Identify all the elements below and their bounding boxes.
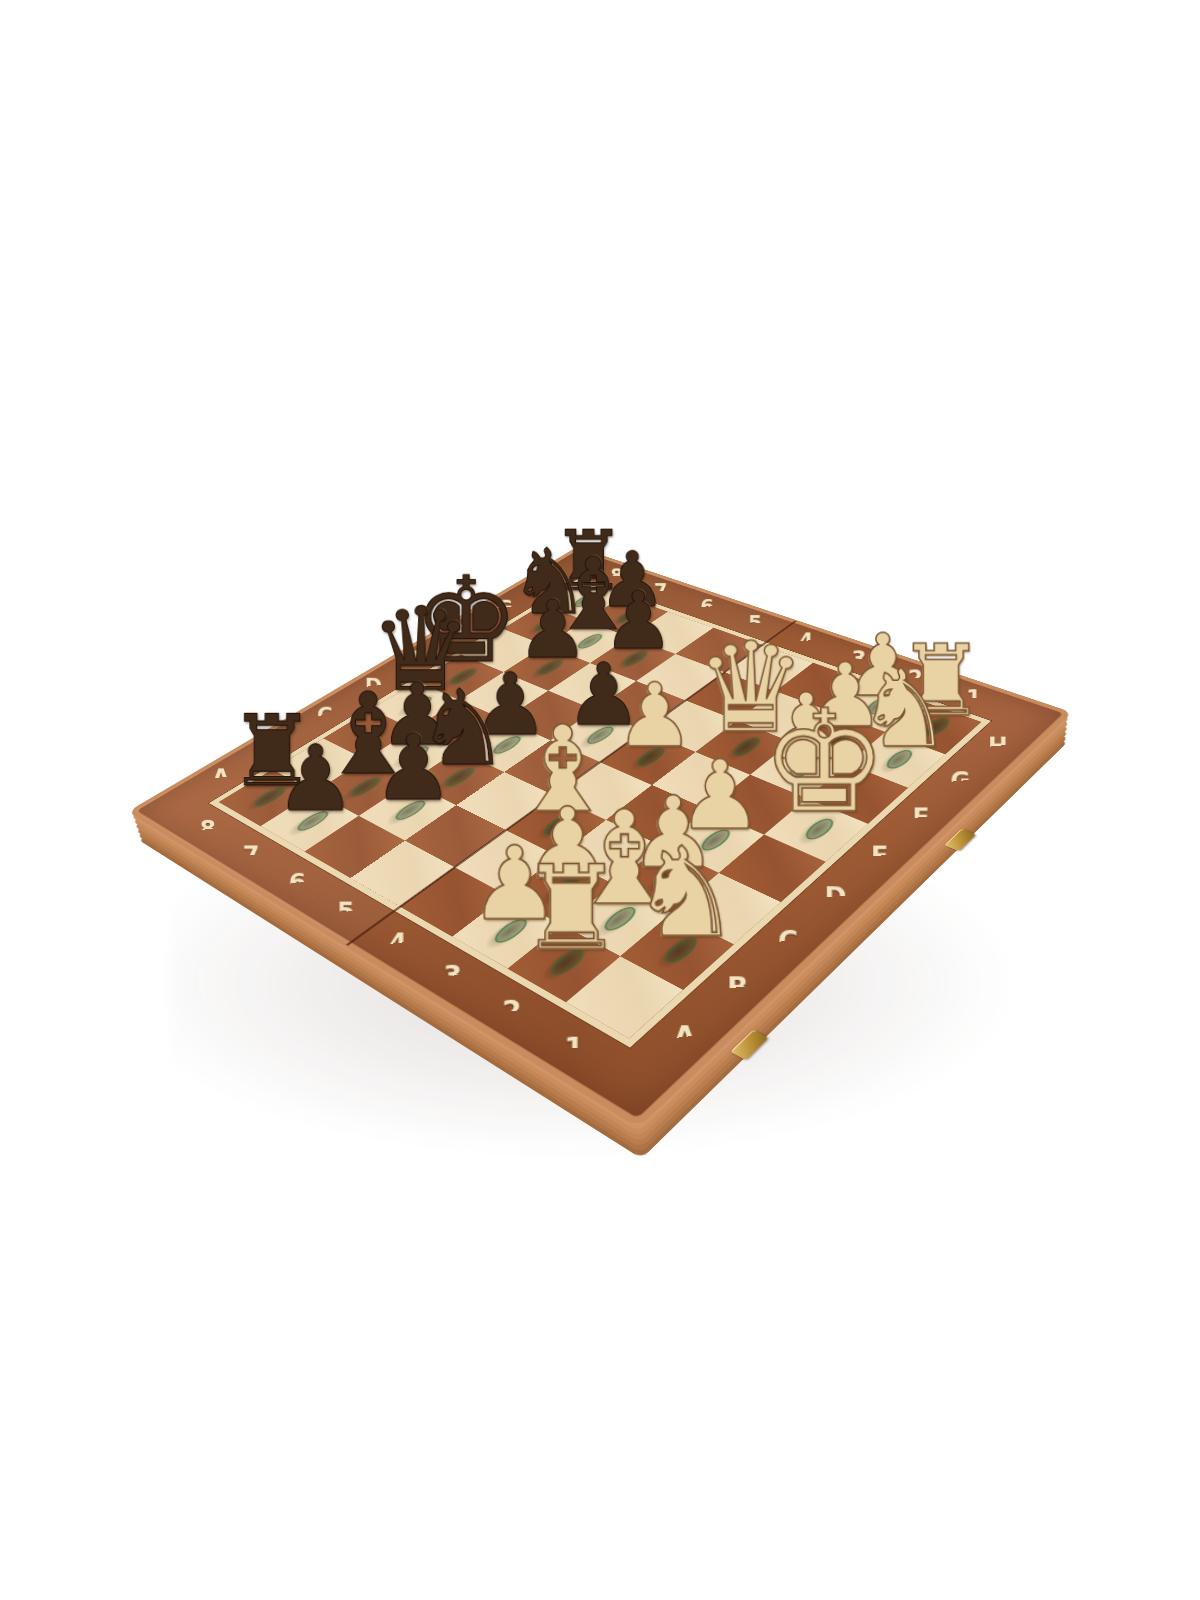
king-glyph: ♚ (748, 691, 900, 833)
pawn-glyph: ♟ (243, 733, 387, 824)
knight-glyph: ♞ (602, 831, 769, 955)
product-photo-page: ABCDEFGH ABCDEFGH 87654321 87654321 ♜♛♚♞… (0, 0, 1200, 1600)
